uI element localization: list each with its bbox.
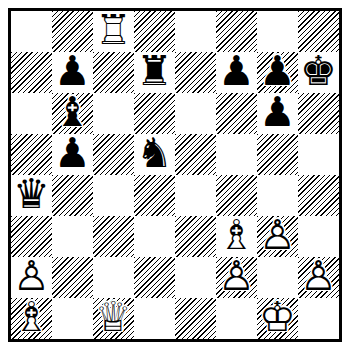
square-f4[interactable]	[216, 175, 257, 216]
chess-diagram: ♜♖♟♜♟♟♚♝♟♟♞♛♝♗♟♙♟♙♟♙♟♙♝♗♛♕♚♔	[0, 0, 350, 350]
black-knight: ♞	[134, 134, 175, 175]
square-a2[interactable]: ♟♙	[11, 257, 52, 298]
square-g3[interactable]: ♟♙	[257, 216, 298, 257]
white-rook: ♜♖	[93, 11, 134, 52]
square-g2[interactable]	[257, 257, 298, 298]
square-g6[interactable]: ♟	[257, 93, 298, 134]
square-f1[interactable]	[216, 298, 257, 339]
square-c6[interactable]	[93, 93, 134, 134]
square-f7[interactable]: ♟	[216, 52, 257, 93]
square-a3[interactable]	[11, 216, 52, 257]
square-d4[interactable]	[134, 175, 175, 216]
square-h1[interactable]	[298, 298, 339, 339]
square-d8[interactable]	[134, 11, 175, 52]
square-g8[interactable]	[257, 11, 298, 52]
square-b6[interactable]: ♝	[52, 93, 93, 134]
square-b2[interactable]	[52, 257, 93, 298]
white-bishop: ♝♗	[11, 298, 52, 339]
square-b7[interactable]: ♟	[52, 52, 93, 93]
white-pawn: ♟♙	[257, 216, 298, 257]
square-h5[interactable]	[298, 134, 339, 175]
square-e6[interactable]	[175, 93, 216, 134]
black-queen: ♛	[11, 175, 52, 216]
white-pawn: ♟♙	[298, 257, 339, 298]
square-b5[interactable]: ♟	[52, 134, 93, 175]
square-e5[interactable]	[175, 134, 216, 175]
square-c2[interactable]	[93, 257, 134, 298]
square-d1[interactable]	[134, 298, 175, 339]
white-king: ♚♔	[257, 298, 298, 339]
square-d3[interactable]	[134, 216, 175, 257]
board-border: ♜♖♟♜♟♟♚♝♟♟♞♛♝♗♟♙♟♙♟♙♟♙♝♗♛♕♚♔	[8, 8, 342, 342]
white-bishop: ♝♗	[216, 216, 257, 257]
square-c3[interactable]	[93, 216, 134, 257]
square-c8[interactable]: ♜♖	[93, 11, 134, 52]
white-queen: ♛♕	[93, 298, 134, 339]
white-pawn: ♟♙	[11, 257, 52, 298]
square-h4[interactable]	[298, 175, 339, 216]
square-c7[interactable]	[93, 52, 134, 93]
square-e4[interactable]	[175, 175, 216, 216]
white-pawn: ♟♙	[216, 257, 257, 298]
square-g4[interactable]	[257, 175, 298, 216]
square-b3[interactable]	[52, 216, 93, 257]
black-king: ♚	[298, 52, 339, 93]
square-g5[interactable]	[257, 134, 298, 175]
square-h3[interactable]	[298, 216, 339, 257]
black-pawn: ♟	[257, 93, 298, 134]
square-d7[interactable]: ♜	[134, 52, 175, 93]
black-pawn: ♟	[52, 134, 93, 175]
square-c4[interactable]	[93, 175, 134, 216]
square-a1[interactable]: ♝♗	[11, 298, 52, 339]
square-f8[interactable]	[216, 11, 257, 52]
black-pawn: ♟	[257, 52, 298, 93]
square-e2[interactable]	[175, 257, 216, 298]
square-f6[interactable]	[216, 93, 257, 134]
square-g1[interactable]: ♚♔	[257, 298, 298, 339]
square-c1[interactable]: ♛♕	[93, 298, 134, 339]
square-f3[interactable]: ♝♗	[216, 216, 257, 257]
square-f2[interactable]: ♟♙	[216, 257, 257, 298]
square-a8[interactable]	[11, 11, 52, 52]
black-pawn: ♟	[216, 52, 257, 93]
square-f5[interactable]	[216, 134, 257, 175]
square-b1[interactable]	[52, 298, 93, 339]
square-h8[interactable]	[298, 11, 339, 52]
black-pawn: ♟	[52, 52, 93, 93]
square-h7[interactable]: ♚	[298, 52, 339, 93]
square-d6[interactable]	[134, 93, 175, 134]
square-a4[interactable]: ♛	[11, 175, 52, 216]
square-e1[interactable]	[175, 298, 216, 339]
square-c5[interactable]	[93, 134, 134, 175]
black-rook: ♜	[134, 52, 175, 93]
square-b8[interactable]	[52, 11, 93, 52]
square-e7[interactable]	[175, 52, 216, 93]
square-h6[interactable]	[298, 93, 339, 134]
square-g7[interactable]: ♟	[257, 52, 298, 93]
square-e8[interactable]	[175, 11, 216, 52]
square-a7[interactable]	[11, 52, 52, 93]
square-e3[interactable]	[175, 216, 216, 257]
square-d2[interactable]	[134, 257, 175, 298]
square-d5[interactable]: ♞	[134, 134, 175, 175]
square-a5[interactable]	[11, 134, 52, 175]
chessboard: ♜♖♟♜♟♟♚♝♟♟♞♛♝♗♟♙♟♙♟♙♟♙♝♗♛♕♚♔	[11, 11, 339, 339]
black-bishop: ♝	[52, 93, 93, 134]
square-h2[interactable]: ♟♙	[298, 257, 339, 298]
square-a6[interactable]	[11, 93, 52, 134]
square-b4[interactable]	[52, 175, 93, 216]
